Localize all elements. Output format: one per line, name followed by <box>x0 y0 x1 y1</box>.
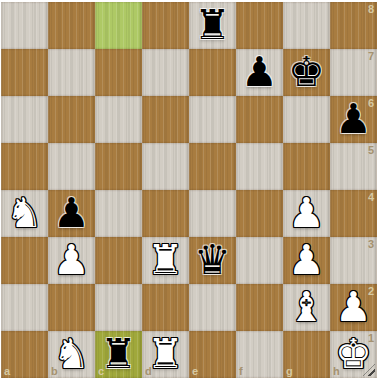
white-pawn[interactable]: ♟ <box>288 240 325 281</box>
square-c2[interactable] <box>95 284 142 331</box>
square-f1[interactable]: f <box>236 331 283 378</box>
black-pawn[interactable]: ♟ <box>53 193 90 234</box>
white-knight[interactable]: ♞ <box>6 193 43 234</box>
rank-label-7: 7 <box>368 50 374 62</box>
square-f3[interactable] <box>236 237 283 284</box>
square-a5[interactable] <box>1 143 48 190</box>
chess-board: ♜8♟♚7♟65♞♟♟4♟♜♛♟3♝♟2a♞b♜c♜defg♚h1 <box>1 2 377 378</box>
black-queen[interactable]: ♛ <box>194 240 231 281</box>
square-h8[interactable]: 8 <box>330 2 377 49</box>
square-b3[interactable]: ♟ <box>48 237 95 284</box>
square-h4[interactable]: 4 <box>330 190 377 237</box>
square-h7[interactable]: 7 <box>330 49 377 96</box>
square-d1[interactable]: ♜d <box>142 331 189 378</box>
square-d5[interactable] <box>142 143 189 190</box>
square-d4[interactable] <box>142 190 189 237</box>
square-b4[interactable]: ♟ <box>48 190 95 237</box>
square-e5[interactable] <box>189 143 236 190</box>
square-e8[interactable]: ♜ <box>189 2 236 49</box>
square-h6[interactable]: ♟6 <box>330 96 377 143</box>
square-a3[interactable] <box>1 237 48 284</box>
square-b5[interactable] <box>48 143 95 190</box>
square-b8[interactable] <box>48 2 95 49</box>
square-e6[interactable] <box>189 96 236 143</box>
square-e1[interactable]: e <box>189 331 236 378</box>
square-c7[interactable] <box>95 49 142 96</box>
rank-label-4: 4 <box>368 191 374 203</box>
white-pawn[interactable]: ♟ <box>288 193 325 234</box>
square-f6[interactable] <box>236 96 283 143</box>
square-f2[interactable] <box>236 284 283 331</box>
square-g1[interactable]: g <box>283 331 330 378</box>
square-g5[interactable] <box>283 143 330 190</box>
square-b7[interactable] <box>48 49 95 96</box>
white-pawn[interactable]: ♟ <box>335 287 372 328</box>
square-g3[interactable]: ♟ <box>283 237 330 284</box>
black-rook[interactable]: ♜ <box>100 334 137 375</box>
page-background: ♜8♟♚7♟65♞♟♟4♟♜♛♟3♝♟2a♞b♜c♜defg♚h1 <box>0 0 387 380</box>
white-bishop[interactable]: ♝ <box>288 287 325 328</box>
white-knight[interactable]: ♞ <box>53 334 90 375</box>
square-d2[interactable] <box>142 284 189 331</box>
white-rook[interactable]: ♜ <box>147 240 184 281</box>
square-f8[interactable] <box>236 2 283 49</box>
square-a2[interactable] <box>1 284 48 331</box>
square-g2[interactable]: ♝ <box>283 284 330 331</box>
square-c1[interactable]: ♜c <box>95 331 142 378</box>
rank-label-3: 3 <box>368 238 374 250</box>
square-d6[interactable] <box>142 96 189 143</box>
white-king[interactable]: ♚ <box>335 334 372 375</box>
square-e7[interactable] <box>189 49 236 96</box>
black-pawn[interactable]: ♟ <box>241 52 278 93</box>
square-b2[interactable] <box>48 284 95 331</box>
square-f4[interactable] <box>236 190 283 237</box>
square-g4[interactable]: ♟ <box>283 190 330 237</box>
white-pawn[interactable]: ♟ <box>53 240 90 281</box>
square-a6[interactable] <box>1 96 48 143</box>
square-a7[interactable] <box>1 49 48 96</box>
square-b6[interactable] <box>48 96 95 143</box>
square-h3[interactable]: 3 <box>330 237 377 284</box>
black-rook[interactable]: ♜ <box>194 5 231 46</box>
file-label-e: e <box>192 365 198 377</box>
square-c6[interactable] <box>95 96 142 143</box>
square-a4[interactable]: ♞ <box>1 190 48 237</box>
file-label-g: g <box>286 365 293 377</box>
square-e2[interactable] <box>189 284 236 331</box>
square-c8[interactable] <box>95 2 142 49</box>
square-a1[interactable]: a <box>1 331 48 378</box>
square-g8[interactable] <box>283 2 330 49</box>
square-e3[interactable]: ♛ <box>189 237 236 284</box>
file-label-a: a <box>4 365 10 377</box>
square-f7[interactable]: ♟ <box>236 49 283 96</box>
square-c3[interactable] <box>95 237 142 284</box>
square-f5[interactable] <box>236 143 283 190</box>
square-d8[interactable] <box>142 2 189 49</box>
rank-label-5: 5 <box>368 144 374 156</box>
rank-label-8: 8 <box>368 3 374 15</box>
square-d3[interactable]: ♜ <box>142 237 189 284</box>
square-g6[interactable] <box>283 96 330 143</box>
square-c5[interactable] <box>95 143 142 190</box>
square-a8[interactable] <box>1 2 48 49</box>
file-label-f: f <box>239 365 243 377</box>
black-king[interactable]: ♚ <box>288 52 325 93</box>
white-rook[interactable]: ♜ <box>147 334 184 375</box>
square-d7[interactable] <box>142 49 189 96</box>
black-pawn[interactable]: ♟ <box>335 99 372 140</box>
square-b1[interactable]: ♞b <box>48 331 95 378</box>
square-e4[interactable] <box>189 190 236 237</box>
square-g7[interactable]: ♚ <box>283 49 330 96</box>
square-h2[interactable]: ♟2 <box>330 284 377 331</box>
square-h5[interactable]: 5 <box>330 143 377 190</box>
square-c4[interactable] <box>95 190 142 237</box>
